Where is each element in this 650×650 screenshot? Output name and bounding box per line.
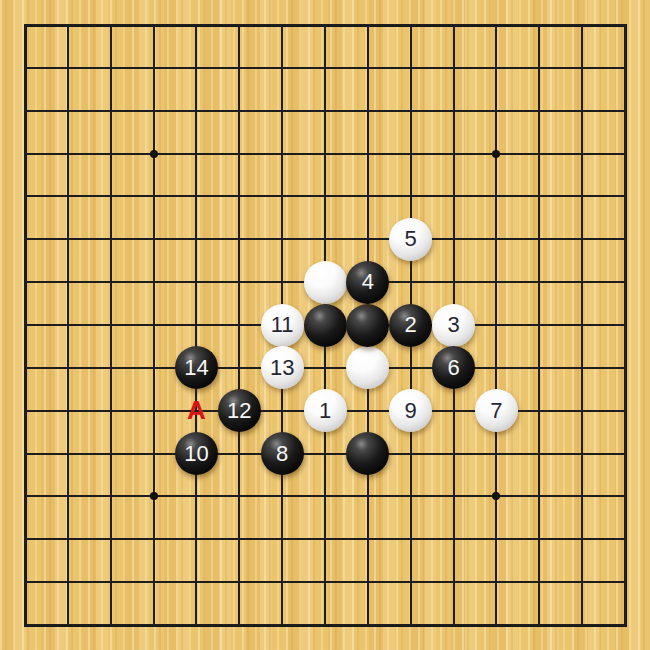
stone-black-12: 12: [218, 389, 261, 432]
star-point: [492, 150, 500, 158]
grid-line-horizontal: [24, 453, 626, 455]
stone-white-7: 7: [475, 389, 518, 432]
marker-a: A: [187, 395, 206, 426]
stone-black-setup: [346, 304, 389, 347]
go-board[interactable]: 1234567891011121314 A: [0, 0, 650, 650]
move-number: 10: [184, 443, 208, 465]
stone-black-8: 8: [261, 432, 304, 475]
move-number: 7: [490, 400, 502, 422]
stone-black-4: 4: [346, 261, 389, 304]
grid-line-horizontal: [24, 624, 626, 626]
move-number: 2: [405, 314, 417, 336]
move-number: 11: [271, 314, 294, 336]
move-number: 6: [447, 357, 459, 379]
stone-white-11: 11: [261, 304, 304, 347]
grid-line-horizontal: [24, 581, 626, 583]
stone-black-10: 10: [175, 432, 218, 475]
grid-line-vertical: [581, 24, 583, 626]
move-number: 14: [184, 357, 208, 379]
stone-white-1: 1: [304, 389, 347, 432]
move-number: 4: [362, 271, 374, 293]
stone-black-14: 14: [175, 346, 218, 389]
move-number: 12: [227, 400, 251, 422]
stone-white-5: 5: [389, 218, 432, 261]
grid-line-horizontal: [24, 495, 626, 497]
grid-line-horizontal: [24, 367, 626, 369]
move-number: 1: [319, 400, 331, 422]
grid-line-vertical: [538, 24, 540, 626]
move-number: 5: [405, 228, 417, 250]
screenshot-root: 1234567891011121314 A: [0, 0, 650, 650]
star-point: [150, 492, 158, 500]
stone-white-setup: [304, 261, 347, 304]
grid-line-vertical: [624, 24, 626, 626]
move-number: 8: [276, 443, 288, 465]
move-number: 13: [270, 357, 294, 379]
stone-white-13: 13: [261, 346, 304, 389]
move-number: 3: [447, 314, 459, 336]
grid-line-vertical: [495, 24, 497, 626]
stone-black-setup: [304, 304, 347, 347]
grid-line-horizontal: [24, 538, 626, 540]
stone-black-2: 2: [389, 304, 432, 347]
star-point: [150, 150, 158, 158]
stone-white-3: 3: [432, 304, 475, 347]
move-number: 9: [405, 400, 417, 422]
